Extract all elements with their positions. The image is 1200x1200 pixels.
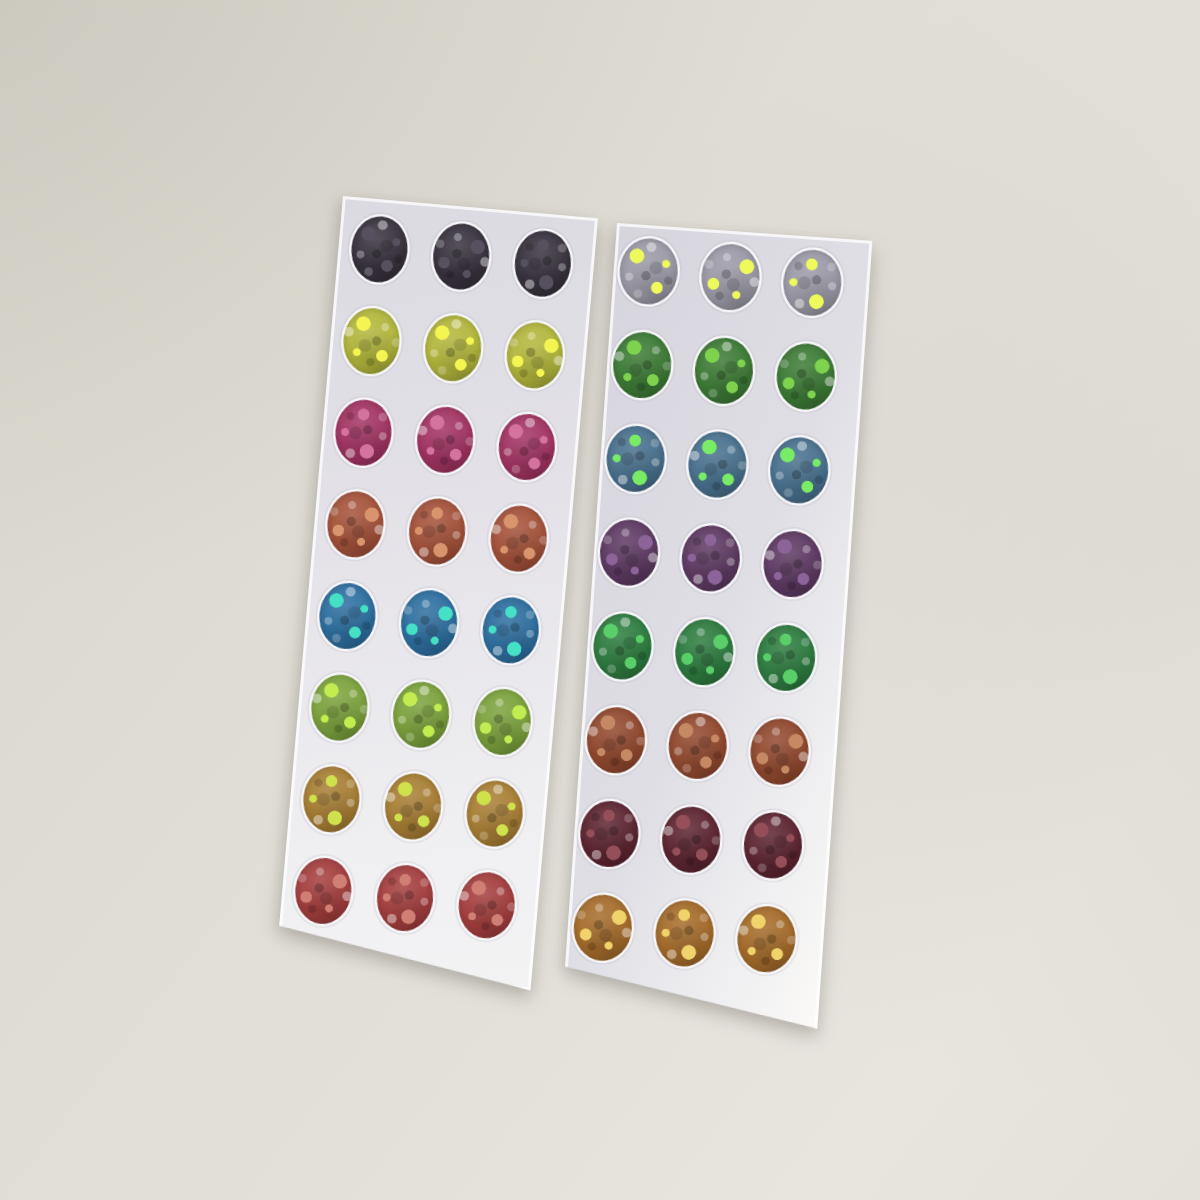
glitter-dot-silver	[699, 242, 761, 312]
glitter-dot-chartreuse	[504, 320, 566, 391]
glitter-dot-steel-blue	[604, 424, 666, 494]
glitter-dot-magenta	[496, 412, 558, 483]
glitter-dot-blue	[480, 595, 542, 666]
glitter-dot-chartreuse	[422, 313, 484, 384]
glitter-dot-chartreuse	[341, 306, 403, 377]
glitter-dot-black	[349, 214, 411, 285]
glitter-dot-rust	[406, 496, 468, 567]
glitter-dot-copper	[572, 893, 634, 963]
glitter-dot-emerald-green	[755, 623, 817, 693]
glitter-dot-maroon	[742, 810, 804, 880]
glitter-dot-gold	[464, 778, 526, 849]
glitter-dot-steel-blue	[686, 430, 748, 500]
glitter-dot-red	[456, 870, 518, 941]
glitter-dot-copper	[653, 899, 715, 969]
glitter-dot-magenta	[414, 405, 476, 476]
glitter-dot-forest-green	[693, 336, 755, 406]
dot-grid-left	[279, 200, 588, 955]
glitter-dot-blue	[398, 588, 460, 659]
glitter-dot-black	[430, 221, 492, 292]
glitter-dot-emerald-green	[591, 611, 653, 681]
glitter-dot-rust	[488, 503, 550, 574]
glitter-dot-purple	[598, 518, 660, 588]
glitter-dot-maroon	[578, 799, 640, 869]
glitter-dot-steel-blue	[768, 435, 830, 505]
glitter-dot-gold	[301, 764, 363, 835]
glitter-dot-purple	[680, 523, 742, 593]
glitter-dot-red	[374, 863, 436, 934]
glitter-dot-lime-green	[309, 672, 371, 743]
glitter-dot-rust	[325, 489, 387, 560]
glitter-dot-blue	[317, 581, 379, 652]
glitter-dot-emerald-green	[673, 617, 735, 687]
sticker-strip-right	[560, 223, 872, 1049]
glitter-dot-forest-green	[611, 330, 673, 400]
glitter-dot-terracotta	[585, 705, 647, 775]
glitter-dot-red	[293, 856, 355, 927]
glitter-dot-lime-green	[390, 679, 452, 750]
glitter-dot-black	[512, 228, 574, 299]
glitter-dot-purple	[761, 529, 823, 599]
glitter-dot-lime-green	[472, 687, 534, 758]
glitter-dot-magenta	[333, 397, 395, 468]
glitter-dot-copper	[735, 904, 797, 974]
glitter-dot-gold	[382, 771, 444, 842]
dot-grid-right	[559, 222, 857, 989]
glitter-dot-maroon	[660, 805, 722, 875]
sticker-strip-left-paper	[275, 196, 598, 990]
glitter-dot-terracotta	[748, 717, 810, 787]
glitter-dot-forest-green	[775, 342, 837, 412]
glitter-dot-silver	[617, 236, 679, 306]
glitter-dot-terracotta	[666, 711, 728, 781]
photo-background-surface	[0, 0, 1200, 1200]
glitter-dot-silver	[781, 248, 843, 318]
sticker-strip-right-paper	[560, 223, 872, 1049]
sticker-strip-left	[275, 196, 598, 990]
